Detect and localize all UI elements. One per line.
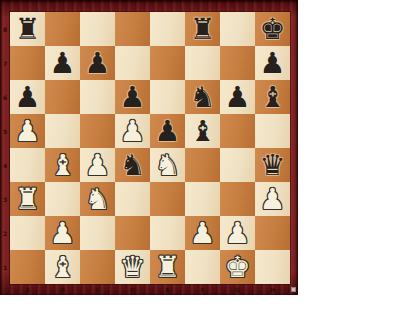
black-knight[interactable]: ♞ [185, 80, 220, 114]
black-queen[interactable]: ♛ [255, 148, 290, 182]
black-king[interactable]: ♚ [255, 12, 290, 46]
square-g7[interactable] [220, 46, 255, 80]
black-pawn[interactable]: ♟ [80, 46, 115, 80]
square-a6[interactable]: ♟ [10, 80, 45, 114]
white-rook[interactable]: ♜ [10, 182, 45, 216]
square-h7[interactable]: ♟ [255, 46, 290, 80]
square-h3[interactable]: ♟ [255, 182, 290, 216]
square-d5[interactable]: ♟ [115, 114, 150, 148]
square-f1[interactable] [185, 250, 220, 284]
rank-label-7: 7 [0, 46, 10, 80]
white-knight[interactable]: ♞ [80, 182, 115, 216]
rank-label-8: 8 [0, 12, 10, 46]
square-h2[interactable] [255, 216, 290, 250]
file-label-c: C [80, 284, 115, 295]
black-pawn[interactable]: ♟ [45, 46, 80, 80]
square-h4[interactable]: ♛ [255, 148, 290, 182]
square-f6[interactable]: ♞ [185, 80, 220, 114]
white-rook[interactable]: ♜ [150, 250, 185, 284]
square-b2[interactable]: ♟ [45, 216, 80, 250]
square-e1[interactable]: ♜ [150, 250, 185, 284]
black-pawn[interactable]: ♟ [115, 80, 150, 114]
square-a3[interactable]: ♜ [10, 182, 45, 216]
file-label-e: E [150, 284, 185, 295]
square-b3[interactable] [45, 182, 80, 216]
square-f4[interactable] [185, 148, 220, 182]
file-label-h: H [255, 284, 290, 295]
square-h1[interactable] [255, 250, 290, 284]
file-label-g: G [220, 284, 255, 295]
black-bishop[interactable]: ♝ [255, 80, 290, 114]
white-bishop[interactable]: ♝ [45, 250, 80, 284]
black-bishop[interactable]: ♝ [185, 114, 220, 148]
square-a2[interactable] [10, 216, 45, 250]
rank-label-4: 4 [0, 148, 10, 182]
black-rook[interactable]: ♜ [10, 12, 45, 46]
black-pawn[interactable]: ♟ [10, 80, 45, 114]
square-e2[interactable] [150, 216, 185, 250]
board-logo-marker [291, 287, 296, 292]
square-h8[interactable]: ♚ [255, 12, 290, 46]
square-g4[interactable] [220, 148, 255, 182]
square-e3[interactable] [150, 182, 185, 216]
white-king[interactable]: ♚ [220, 250, 255, 284]
square-h6[interactable]: ♝ [255, 80, 290, 114]
white-pawn[interactable]: ♟ [255, 182, 290, 216]
black-pawn[interactable]: ♟ [220, 80, 255, 114]
rank-label-1: 1 [0, 250, 10, 284]
white-pawn[interactable]: ♟ [45, 216, 80, 250]
white-bishop[interactable]: ♝ [45, 148, 80, 182]
square-d1[interactable]: ♛ [115, 250, 150, 284]
square-f2[interactable]: ♟ [185, 216, 220, 250]
square-a4[interactable] [10, 148, 45, 182]
square-c7[interactable]: ♟ [80, 46, 115, 80]
square-e4[interactable]: ♞ [150, 148, 185, 182]
rank-label-5: 5 [0, 114, 10, 148]
square-e6[interactable] [150, 80, 185, 114]
square-a8[interactable]: ♜ [10, 12, 45, 46]
square-f5[interactable]: ♝ [185, 114, 220, 148]
square-d4[interactable]: ♞ [115, 148, 150, 182]
rank-label-3: 3 [0, 182, 10, 216]
white-pawn[interactable]: ♟ [80, 148, 115, 182]
square-a1[interactable] [10, 250, 45, 284]
black-pawn[interactable]: ♟ [150, 114, 185, 148]
file-label-d: D [115, 284, 150, 295]
square-g6[interactable]: ♟ [220, 80, 255, 114]
white-knight[interactable]: ♞ [150, 148, 185, 182]
square-c8[interactable] [80, 12, 115, 46]
square-h5[interactable] [255, 114, 290, 148]
square-d6[interactable]: ♟ [115, 80, 150, 114]
square-g1[interactable]: ♚ [220, 250, 255, 284]
white-queen[interactable]: ♛ [115, 250, 150, 284]
square-a7[interactable] [10, 46, 45, 80]
chess-board-frame: ♜♜♚♟♟♟♟♟♞♟♝♟♟♟♝♝♟♞♞♛♜♞♟♟♟♟♝♛♜♚ 87654321 … [0, 0, 298, 295]
square-d3[interactable] [115, 182, 150, 216]
square-d7[interactable] [115, 46, 150, 80]
square-e5[interactable]: ♟ [150, 114, 185, 148]
rank-label-6: 6 [0, 80, 10, 114]
square-g2[interactable]: ♟ [220, 216, 255, 250]
file-label-b: B [45, 284, 80, 295]
square-c6[interactable] [80, 80, 115, 114]
square-g8[interactable] [220, 12, 255, 46]
square-c5[interactable] [80, 114, 115, 148]
white-pawn[interactable]: ♟ [115, 114, 150, 148]
black-pawn[interactable]: ♟ [255, 46, 290, 80]
square-f3[interactable] [185, 182, 220, 216]
square-b6[interactable] [45, 80, 80, 114]
square-b7[interactable]: ♟ [45, 46, 80, 80]
white-pawn[interactable]: ♟ [220, 216, 255, 250]
white-pawn[interactable]: ♟ [10, 114, 45, 148]
rank-label-2: 2 [0, 216, 10, 250]
file-label-a: A [10, 284, 45, 295]
square-g3[interactable] [220, 182, 255, 216]
black-rook[interactable]: ♜ [185, 12, 220, 46]
square-d8[interactable] [115, 12, 150, 46]
square-c3[interactable]: ♞ [80, 182, 115, 216]
file-label-f: F [185, 284, 220, 295]
square-b5[interactable] [45, 114, 80, 148]
square-f8[interactable]: ♜ [185, 12, 220, 46]
square-b1[interactable]: ♝ [45, 250, 80, 284]
square-g5[interactable] [220, 114, 255, 148]
square-c2[interactable] [80, 216, 115, 250]
square-d2[interactable] [115, 216, 150, 250]
black-knight[interactable]: ♞ [115, 148, 150, 182]
square-e7[interactable] [150, 46, 185, 80]
white-pawn[interactable]: ♟ [185, 216, 220, 250]
square-c1[interactable] [80, 250, 115, 284]
square-b8[interactable] [45, 12, 80, 46]
square-b4[interactable]: ♝ [45, 148, 80, 182]
square-e8[interactable] [150, 12, 185, 46]
square-c4[interactable]: ♟ [80, 148, 115, 182]
square-f7[interactable] [185, 46, 220, 80]
screenshot-canvas: ♜♜♚♟♟♟♟♟♞♟♝♟♟♟♝♝♟♞♞♛♜♞♟♟♟♟♝♛♜♚ 87654321 … [0, 0, 414, 311]
chess-board[interactable]: ♜♜♚♟♟♟♟♟♞♟♝♟♟♟♝♝♟♞♞♛♜♞♟♟♟♟♝♛♜♚ [10, 12, 290, 284]
square-a5[interactable]: ♟ [10, 114, 45, 148]
